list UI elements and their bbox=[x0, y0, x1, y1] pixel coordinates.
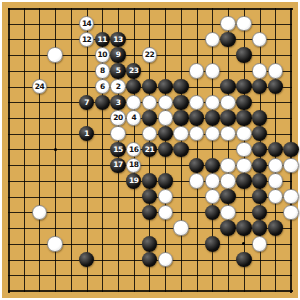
go-board[interactable]: 141211131092285232462732041151621171819 bbox=[2, 2, 298, 298]
black-stone[interactable]: 11 bbox=[95, 32, 110, 47]
white-stone[interactable]: 4 bbox=[126, 110, 141, 125]
white-stone[interactable]: 10 bbox=[95, 47, 110, 62]
white-stone[interactable] bbox=[158, 110, 173, 125]
white-stone[interactable] bbox=[268, 158, 283, 173]
black-stone[interactable] bbox=[236, 220, 251, 235]
white-stone[interactable] bbox=[220, 158, 235, 173]
black-stone[interactable] bbox=[173, 110, 188, 125]
move-number: 20 bbox=[113, 114, 122, 122]
white-stone[interactable] bbox=[236, 126, 251, 141]
white-stone[interactable] bbox=[268, 189, 283, 204]
move-number: 19 bbox=[129, 177, 138, 185]
white-stone[interactable] bbox=[283, 205, 298, 220]
white-stone[interactable] bbox=[205, 63, 220, 78]
white-stone[interactable] bbox=[189, 63, 204, 78]
black-stone[interactable] bbox=[142, 252, 157, 267]
grid-line-h bbox=[8, 275, 292, 276]
white-stone[interactable] bbox=[189, 126, 204, 141]
black-stone[interactable] bbox=[220, 220, 235, 235]
black-stone[interactable] bbox=[189, 158, 204, 173]
black-stone[interactable] bbox=[252, 173, 267, 188]
black-stone[interactable] bbox=[173, 142, 188, 157]
grid-line-h bbox=[8, 290, 293, 292]
white-stone[interactable] bbox=[142, 126, 157, 141]
black-stone[interactable] bbox=[236, 47, 251, 62]
black-stone[interactable] bbox=[236, 110, 251, 125]
white-stone[interactable]: 6 bbox=[95, 79, 110, 94]
white-stone[interactable] bbox=[158, 205, 173, 220]
move-number: 7 bbox=[84, 99, 89, 107]
move-number: 23 bbox=[129, 67, 138, 75]
black-stone[interactable] bbox=[79, 252, 94, 267]
grid-line-v bbox=[197, 8, 198, 292]
black-stone[interactable]: 15 bbox=[110, 142, 125, 157]
white-stone[interactable] bbox=[283, 189, 298, 204]
black-stone[interactable] bbox=[205, 110, 220, 125]
black-stone[interactable] bbox=[158, 126, 173, 141]
move-number: 9 bbox=[116, 51, 121, 59]
move-number: 17 bbox=[113, 161, 122, 169]
black-stone[interactable]: 23 bbox=[126, 63, 141, 78]
move-number: 24 bbox=[35, 83, 44, 91]
white-stone[interactable]: 18 bbox=[126, 158, 141, 173]
black-stone[interactable]: 13 bbox=[110, 32, 125, 47]
black-stone[interactable] bbox=[252, 205, 267, 220]
black-stone[interactable] bbox=[283, 142, 298, 157]
black-stone[interactable] bbox=[220, 189, 235, 204]
black-stone[interactable] bbox=[220, 110, 235, 125]
black-stone[interactable] bbox=[142, 110, 157, 125]
star-point bbox=[54, 148, 57, 151]
black-stone[interactable] bbox=[268, 220, 283, 235]
black-stone[interactable] bbox=[158, 79, 173, 94]
white-stone[interactable] bbox=[205, 32, 220, 47]
move-number: 2 bbox=[116, 83, 121, 91]
move-number: 4 bbox=[131, 114, 136, 122]
white-stone[interactable] bbox=[158, 95, 173, 110]
grid-line-v bbox=[8, 8, 10, 293]
black-stone[interactable] bbox=[173, 79, 188, 94]
white-stone[interactable] bbox=[236, 16, 251, 31]
white-stone[interactable]: 8 bbox=[95, 63, 110, 78]
black-stone[interactable] bbox=[252, 220, 267, 235]
white-stone[interactable] bbox=[158, 189, 173, 204]
black-stone[interactable]: 9 bbox=[110, 47, 125, 62]
move-number: 15 bbox=[113, 146, 122, 154]
white-stone[interactable]: 12 bbox=[79, 32, 94, 47]
black-stone[interactable] bbox=[220, 32, 235, 47]
black-stone[interactable] bbox=[205, 158, 220, 173]
white-stone[interactable] bbox=[205, 95, 220, 110]
white-stone[interactable] bbox=[173, 126, 188, 141]
grid-line-v bbox=[228, 8, 229, 292]
white-stone[interactable] bbox=[189, 95, 204, 110]
white-stone[interactable]: 16 bbox=[126, 142, 141, 157]
black-stone[interactable]: 17 bbox=[110, 158, 125, 173]
white-stone[interactable] bbox=[252, 63, 267, 78]
black-stone[interactable] bbox=[220, 79, 235, 94]
black-stone[interactable] bbox=[126, 79, 141, 94]
black-stone[interactable] bbox=[158, 142, 173, 157]
move-number: 5 bbox=[116, 67, 121, 75]
black-stone[interactable] bbox=[236, 79, 251, 94]
black-stone[interactable] bbox=[142, 189, 157, 204]
black-stone[interactable] bbox=[95, 95, 110, 110]
white-stone[interactable]: 14 bbox=[79, 16, 94, 31]
black-stone[interactable]: 19 bbox=[126, 173, 141, 188]
black-stone[interactable] bbox=[268, 142, 283, 157]
black-stone[interactable] bbox=[252, 110, 267, 125]
move-number: 16 bbox=[129, 146, 138, 154]
star-point bbox=[242, 242, 245, 245]
black-stone[interactable] bbox=[236, 95, 251, 110]
black-stone[interactable] bbox=[189, 110, 204, 125]
white-stone[interactable] bbox=[236, 158, 251, 173]
grid-line-h bbox=[8, 8, 293, 10]
black-stone[interactable] bbox=[173, 95, 188, 110]
move-number: 21 bbox=[145, 146, 154, 154]
black-stone[interactable] bbox=[205, 236, 220, 251]
black-stone[interactable] bbox=[252, 126, 267, 141]
move-number: 3 bbox=[116, 99, 121, 107]
white-stone[interactable]: 24 bbox=[32, 79, 47, 94]
black-stone[interactable] bbox=[236, 173, 251, 188]
black-stone[interactable] bbox=[236, 252, 251, 267]
black-stone[interactable] bbox=[205, 205, 220, 220]
black-stone[interactable] bbox=[268, 79, 283, 94]
move-number: 18 bbox=[129, 161, 138, 169]
white-stone[interactable] bbox=[205, 173, 220, 188]
black-stone[interactable] bbox=[142, 173, 157, 188]
black-stone[interactable]: 1 bbox=[79, 126, 94, 141]
black-stone[interactable] bbox=[142, 236, 157, 251]
go-diagram: 141211131092285232462732041151621171819 bbox=[0, 0, 300, 300]
black-stone[interactable] bbox=[252, 79, 267, 94]
black-stone[interactable] bbox=[252, 189, 267, 204]
white-stone[interactable] bbox=[236, 142, 251, 157]
white-stone[interactable] bbox=[32, 205, 47, 220]
white-stone[interactable] bbox=[252, 236, 267, 251]
black-stone[interactable] bbox=[252, 142, 267, 157]
white-stone[interactable] bbox=[220, 205, 235, 220]
move-number: 10 bbox=[98, 51, 107, 59]
white-stone[interactable] bbox=[220, 126, 235, 141]
white-stone[interactable]: 22 bbox=[142, 47, 157, 62]
white-stone[interactable] bbox=[173, 220, 188, 235]
black-stone[interactable] bbox=[142, 79, 157, 94]
white-stone[interactable] bbox=[220, 173, 235, 188]
white-stone[interactable] bbox=[47, 236, 62, 251]
white-stone[interactable] bbox=[205, 189, 220, 204]
black-stone[interactable]: 5 bbox=[110, 63, 125, 78]
white-stone[interactable] bbox=[220, 95, 235, 110]
move-number: 14 bbox=[82, 20, 91, 28]
white-stone[interactable] bbox=[158, 252, 173, 267]
black-stone[interactable]: 3 bbox=[110, 95, 125, 110]
black-stone[interactable]: 21 bbox=[142, 142, 157, 157]
white-stone[interactable] bbox=[268, 173, 283, 188]
white-stone[interactable] bbox=[110, 126, 125, 141]
white-stone[interactable] bbox=[126, 95, 141, 110]
move-number: 22 bbox=[145, 51, 154, 59]
white-stone[interactable] bbox=[268, 63, 283, 78]
white-stone[interactable] bbox=[189, 173, 204, 188]
move-number: 6 bbox=[100, 83, 105, 91]
white-stone[interactable] bbox=[205, 126, 220, 141]
black-stone[interactable] bbox=[252, 158, 267, 173]
white-stone[interactable] bbox=[220, 16, 235, 31]
black-stone[interactable]: 7 bbox=[79, 95, 94, 110]
white-stone[interactable]: 2 bbox=[110, 79, 125, 94]
move-number: 11 bbox=[98, 36, 107, 44]
move-number: 12 bbox=[82, 36, 91, 44]
white-stone[interactable]: 20 bbox=[110, 110, 125, 125]
white-stone[interactable] bbox=[252, 32, 267, 47]
white-stone[interactable] bbox=[142, 95, 157, 110]
move-number: 8 bbox=[100, 67, 105, 75]
move-number: 1 bbox=[84, 130, 89, 138]
move-number: 13 bbox=[113, 36, 122, 44]
white-stone[interactable] bbox=[47, 47, 62, 62]
black-stone[interactable] bbox=[142, 205, 157, 220]
white-stone[interactable] bbox=[283, 158, 298, 173]
black-stone[interactable] bbox=[158, 173, 173, 188]
